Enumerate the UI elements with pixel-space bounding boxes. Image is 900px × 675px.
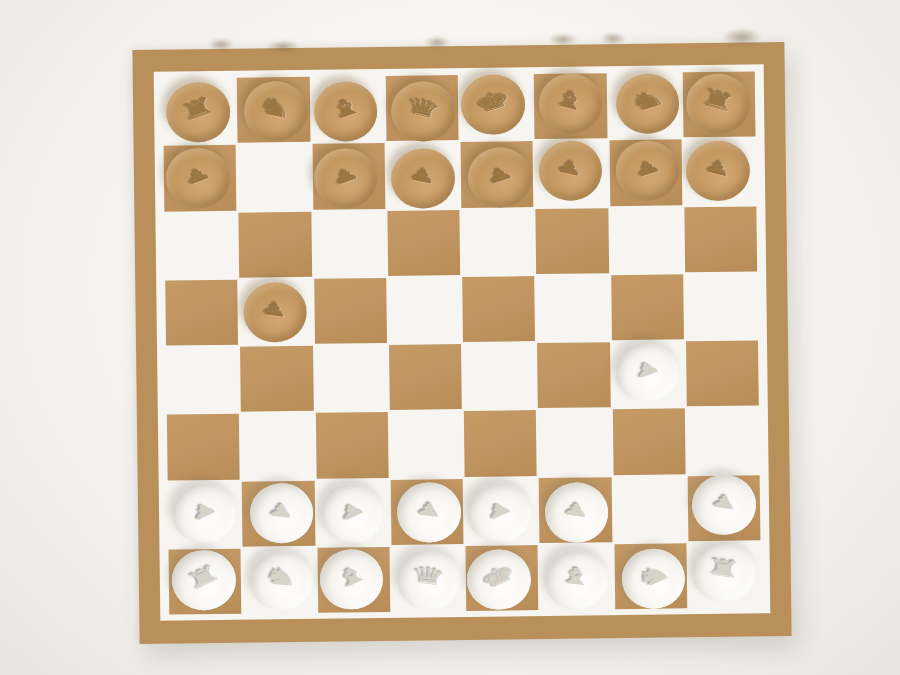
square-e6[interactable] — [461, 209, 534, 275]
square-c1[interactable]: ♝ — [317, 547, 390, 613]
square-b5[interactable]: ♟ — [239, 279, 312, 345]
pawn-glyph: ♟ — [709, 492, 739, 513]
square-e8[interactable]: ♚ — [460, 74, 533, 140]
square-g2[interactable] — [613, 476, 686, 542]
piece-brown-pawn-f7[interactable]: ♟ — [538, 140, 602, 201]
square-d7[interactable]: ♟ — [386, 142, 459, 208]
pawn-glyph: ♟ — [335, 497, 367, 524]
square-b7[interactable] — [238, 144, 311, 210]
square-c6[interactable] — [313, 210, 386, 276]
rook-glyph: ♜ — [704, 556, 742, 582]
square-c4[interactable] — [315, 345, 388, 411]
square-h2[interactable]: ♟ — [687, 475, 760, 541]
square-f6[interactable] — [536, 208, 609, 274]
bishop-glyph: ♝ — [557, 564, 595, 590]
pawn-glyph: ♟ — [632, 156, 664, 181]
piece-shadow — [424, 36, 450, 49]
square-e1[interactable]: ♚ — [465, 545, 538, 611]
bishop-glyph: ♝ — [331, 559, 373, 594]
piece-white-queen-d1[interactable]: ♛ — [397, 549, 461, 610]
square-e4[interactable] — [463, 343, 536, 409]
pawn-glyph: ♟ — [182, 163, 214, 189]
piece-white-bishop-f1[interactable]: ♝ — [544, 550, 608, 611]
queen-glyph: ♛ — [410, 564, 448, 589]
square-a2[interactable]: ♟ — [168, 481, 241, 547]
piece-shadow — [600, 32, 626, 45]
piece-white-king-e1[interactable]: ♚ — [467, 550, 531, 611]
square-a8[interactable]: ♜ — [163, 78, 236, 144]
pawn-glyph: ♟ — [330, 163, 362, 188]
piece-white-pawn-b2[interactable]: ♟ — [249, 483, 313, 544]
piece-brown-queen-d8[interactable]: ♛ — [391, 81, 455, 142]
square-h6[interactable] — [684, 206, 757, 272]
square-d2[interactable]: ♟ — [390, 479, 463, 545]
square-c3[interactable] — [315, 412, 388, 478]
square-f8[interactable]: ♝ — [534, 73, 607, 139]
square-d5[interactable] — [388, 277, 461, 343]
square-g6[interactable] — [610, 207, 683, 273]
square-h5[interactable] — [685, 273, 758, 339]
square-e7[interactable]: ♟ — [461, 141, 534, 207]
square-d3[interactable] — [390, 411, 463, 477]
pawn-glyph: ♟ — [484, 162, 516, 187]
square-a5[interactable] — [165, 279, 238, 345]
piece-brown-knight-b8[interactable]: ♞ — [243, 80, 307, 141]
piece-brown-pawn-d7[interactable]: ♟ — [391, 148, 455, 209]
rook-glyph: ♜ — [178, 92, 219, 125]
piece-white-rook-h1[interactable]: ♜ — [692, 542, 756, 603]
piece-white-pawn-h2[interactable]: ♟ — [692, 475, 756, 536]
piece-white-pawn-e2[interactable]: ♟ — [467, 482, 531, 543]
square-g7[interactable]: ♟ — [609, 140, 682, 206]
photo-background: ♜♞♝♛♚♝♞♜♟♟♟♟♟♟♟♟♟♟♟♟♟♟♟♟♜♞♝♛♚♝♞♜ — [0, 0, 900, 675]
pawn-glyph: ♟ — [267, 501, 296, 521]
square-f1[interactable]: ♝ — [540, 544, 613, 610]
piece-brown-rook-a8[interactable]: ♜ — [166, 81, 230, 142]
pawn-glyph: ♟ — [188, 497, 220, 524]
square-h3[interactable] — [687, 408, 760, 474]
piece-white-knight-b1[interactable]: ♞ — [249, 550, 313, 611]
square-b8[interactable]: ♞ — [237, 77, 310, 143]
square-h1[interactable]: ♜ — [688, 542, 761, 608]
piece-brown-pawn-c7[interactable]: ♟ — [313, 148, 377, 209]
rook-glyph: ♜ — [183, 559, 225, 595]
piece-shadow — [722, 28, 762, 46]
square-e2[interactable]: ♟ — [465, 478, 538, 544]
pawn-glyph: ♟ — [260, 300, 290, 321]
square-f2[interactable]: ♟ — [539, 477, 612, 543]
piece-white-pawn-d2[interactable]: ♟ — [397, 482, 461, 543]
king-glyph: ♚ — [478, 559, 520, 594]
piece-white-pawn-c2[interactable]: ♟ — [320, 483, 384, 544]
bishop-glyph: ♝ — [325, 92, 366, 124]
square-d4[interactable] — [389, 344, 462, 410]
square-c2[interactable]: ♟ — [316, 479, 389, 545]
rook-glyph: ♜ — [698, 85, 738, 115]
square-g1[interactable]: ♞ — [614, 543, 687, 609]
square-c8[interactable]: ♝ — [311, 76, 384, 142]
piece-brown-pawn-g7[interactable]: ♟ — [615, 140, 679, 201]
square-f5[interactable] — [536, 275, 609, 341]
pawn-glyph: ♟ — [483, 497, 515, 524]
square-a1[interactable]: ♜ — [168, 548, 241, 614]
pawn-glyph: ♟ — [631, 356, 663, 382]
piece-shadow — [208, 38, 234, 51]
square-h8[interactable]: ♜ — [682, 71, 755, 137]
square-a6[interactable] — [164, 212, 237, 278]
knight-glyph: ♞ — [263, 565, 300, 590]
piece-white-knight-g1[interactable]: ♞ — [621, 549, 685, 610]
chess-board-grid[interactable]: ♜♞♝♛♚♝♞♜♟♟♟♟♟♟♟♟♟♟♟♟♟♟♟♟♜♞♝♛♚♝♞♜ — [163, 71, 762, 614]
piece-brown-pawn-e7[interactable]: ♟ — [468, 147, 532, 208]
pawn-glyph: ♟ — [555, 157, 586, 180]
square-h4[interactable] — [686, 340, 759, 406]
square-b4[interactable] — [240, 346, 313, 412]
square-a4[interactable] — [166, 347, 239, 413]
knight-glyph: ♞ — [633, 559, 675, 594]
square-g8[interactable]: ♞ — [608, 72, 681, 138]
square-f4[interactable] — [537, 342, 610, 408]
piece-white-pawn-a2[interactable]: ♟ — [172, 483, 236, 544]
piece-white-rook-a1[interactable]: ♜ — [172, 550, 236, 611]
square-e3[interactable] — [464, 410, 537, 476]
square-b3[interactable] — [241, 413, 314, 479]
bishop-glyph: ♝ — [550, 85, 590, 115]
square-b6[interactable] — [239, 211, 312, 277]
chess-board-field: ♜♞♝♛♚♝♞♜♟♟♟♟♟♟♟♟♟♟♟♟♟♟♟♟♜♞♝♛♚♝♞♜ — [154, 64, 771, 620]
square-g5[interactable] — [611, 274, 684, 340]
pawn-glyph: ♟ — [408, 165, 439, 187]
piece-white-pawn-f2[interactable]: ♟ — [544, 482, 608, 543]
square-b2[interactable]: ♟ — [242, 480, 315, 546]
pawn-glyph: ♟ — [414, 500, 443, 520]
piece-brown-pawn-b5[interactable]: ♟ — [243, 282, 307, 343]
square-c5[interactable] — [314, 278, 387, 344]
piece-shadow — [548, 33, 578, 46]
square-a7[interactable]: ♟ — [164, 145, 237, 211]
square-d8[interactable]: ♛ — [385, 75, 458, 141]
piece-white-bishop-c1[interactable]: ♝ — [319, 549, 383, 610]
square-f3[interactable] — [538, 409, 611, 475]
square-d6[interactable] — [387, 210, 460, 276]
square-g4[interactable]: ♟ — [612, 341, 685, 407]
piece-brown-bishop-f8[interactable]: ♝ — [538, 73, 602, 134]
piece-brown-knight-g8[interactable]: ♞ — [616, 73, 680, 134]
piece-brown-bishop-c8[interactable]: ♝ — [314, 81, 378, 142]
piece-brown-pawn-h7[interactable]: ♟ — [686, 140, 750, 201]
piece-brown-pawn-a7[interactable]: ♟ — [166, 148, 230, 209]
square-h7[interactable]: ♟ — [683, 139, 756, 205]
piece-shadow — [266, 40, 300, 53]
square-e5[interactable] — [462, 276, 535, 342]
square-b1[interactable]: ♞ — [243, 548, 316, 614]
pawn-glyph: ♟ — [702, 157, 733, 180]
king-glyph: ♚ — [473, 85, 514, 117]
piece-brown-king-e8[interactable]: ♚ — [461, 74, 525, 135]
knight-glyph: ♞ — [256, 93, 295, 122]
queen-glyph: ♛ — [403, 93, 443, 122]
square-c7[interactable]: ♟ — [312, 143, 385, 209]
square-g3[interactable] — [612, 409, 685, 475]
square-f7[interactable]: ♟ — [535, 140, 608, 206]
piece-white-pawn-g4[interactable]: ♟ — [615, 341, 679, 402]
square-d1[interactable]: ♛ — [391, 546, 464, 612]
chess-board-frame: ♜♞♝♛♚♝♞♜♟♟♟♟♟♟♟♟♟♟♟♟♟♟♟♟♜♞♝♛♚♝♞♜ — [132, 42, 791, 644]
knight-glyph: ♞ — [627, 84, 668, 115]
pawn-glyph: ♟ — [562, 500, 592, 520]
square-a3[interactable] — [167, 414, 240, 480]
piece-brown-rook-h8[interactable]: ♜ — [686, 73, 750, 134]
